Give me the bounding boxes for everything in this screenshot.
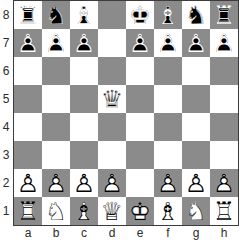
- pawn-outline-glyph: ♙: [154, 29, 182, 57]
- square-h1[interactable]: ♜♖: [210, 197, 238, 225]
- square-b5[interactable]: [42, 85, 70, 113]
- black-knight[interactable]: ♞♘: [182, 1, 210, 29]
- square-a4[interactable]: [14, 113, 42, 141]
- square-g1[interactable]: ♞♘: [182, 197, 210, 225]
- square-c1[interactable]: ♝♗: [70, 197, 98, 225]
- black-bishop[interactable]: ♝♗: [70, 1, 98, 29]
- pawn-outline-glyph: ♙: [70, 29, 98, 57]
- white-pawn[interactable]: ♟♙: [210, 169, 238, 197]
- rank-label-1: 1: [0, 197, 12, 225]
- file-label-b: b: [42, 226, 70, 240]
- square-b1[interactable]: ♞♘: [42, 197, 70, 225]
- file-label-h: h: [210, 226, 238, 240]
- file-label-c: c: [70, 226, 98, 240]
- square-b8[interactable]: ♞♘: [42, 1, 70, 29]
- white-pawn[interactable]: ♟♙: [98, 169, 126, 197]
- square-g5[interactable]: [182, 85, 210, 113]
- square-g7[interactable]: ♟♙: [182, 29, 210, 57]
- white-pawn[interactable]: ♟♙: [154, 169, 182, 197]
- pawn-outline-glyph: ♙: [42, 29, 70, 57]
- rook-outline-glyph: ♖: [14, 1, 42, 29]
- pawn-outline-glyph: ♙: [182, 29, 210, 57]
- square-e3[interactable]: [126, 141, 154, 169]
- black-queen[interactable]: ♛♕: [98, 85, 126, 113]
- white-pawn[interactable]: ♟♙: [42, 169, 70, 197]
- black-pawn[interactable]: ♟♙: [154, 29, 182, 57]
- square-f8[interactable]: ♝♗: [154, 1, 182, 29]
- pawn-outline-glyph: ♙: [42, 169, 70, 197]
- square-c4[interactable]: [70, 113, 98, 141]
- rook-outline-glyph: ♖: [210, 197, 238, 225]
- square-f7[interactable]: ♟♙: [154, 29, 182, 57]
- square-f5[interactable]: [154, 85, 182, 113]
- pawn-outline-glyph: ♙: [14, 169, 42, 197]
- file-label-g: g: [182, 226, 210, 240]
- square-e8[interactable]: ♚♔: [126, 1, 154, 29]
- rank-label-2: 2: [0, 169, 12, 197]
- square-a1[interactable]: ♜♖: [14, 197, 42, 225]
- square-h7[interactable]: ♟♙: [210, 29, 238, 57]
- queen-outline-glyph: ♕: [98, 197, 126, 225]
- square-h6[interactable]: [210, 57, 238, 85]
- rank-labels: 87654321: [0, 1, 12, 225]
- black-rook[interactable]: ♜♖: [14, 1, 42, 29]
- knight-outline-glyph: ♘: [42, 197, 70, 225]
- white-pawn[interactable]: ♟♙: [70, 169, 98, 197]
- square-e2[interactable]: [126, 169, 154, 197]
- square-g8[interactable]: ♞♘: [182, 1, 210, 29]
- white-rook[interactable]: ♜♖: [210, 197, 238, 225]
- pawn-outline-glyph: ♙: [70, 169, 98, 197]
- square-f6[interactable]: [154, 57, 182, 85]
- square-a5[interactable]: [14, 85, 42, 113]
- square-g4[interactable]: [182, 113, 210, 141]
- white-knight[interactable]: ♞♘: [42, 197, 70, 225]
- square-d5[interactable]: ♛♕: [98, 85, 126, 113]
- square-d6[interactable]: [98, 57, 126, 85]
- square-e5[interactable]: [126, 85, 154, 113]
- bishop-outline-glyph: ♗: [70, 1, 98, 29]
- square-e4[interactable]: [126, 113, 154, 141]
- square-f3[interactable]: [154, 141, 182, 169]
- square-c3[interactable]: [70, 141, 98, 169]
- square-h2[interactable]: ♟♙: [210, 169, 238, 197]
- black-pawn[interactable]: ♟♙: [182, 29, 210, 57]
- square-c2[interactable]: ♟♙: [70, 169, 98, 197]
- square-c6[interactable]: [70, 57, 98, 85]
- square-h3[interactable]: [210, 141, 238, 169]
- rank-label-3: 3: [0, 141, 12, 169]
- file-label-e: e: [126, 226, 154, 240]
- white-bishop[interactable]: ♝♗: [154, 197, 182, 225]
- file-label-f: f: [154, 226, 182, 240]
- square-d4[interactable]: [98, 113, 126, 141]
- chess-board: ♜♖♞♘♝♗♚♔♝♗♞♘♜♖♟♙♟♙♟♙♟♙♟♙♟♙♟♙♛♕♟♙♟♙♟♙♟♙♟♙…: [13, 0, 239, 226]
- square-d2[interactable]: ♟♙: [98, 169, 126, 197]
- square-d1[interactable]: ♛♕: [98, 197, 126, 225]
- king-outline-glyph: ♔: [126, 1, 154, 29]
- pawn-outline-glyph: ♙: [182, 169, 210, 197]
- knight-outline-glyph: ♘: [182, 197, 210, 225]
- rank-label-7: 7: [0, 29, 12, 57]
- black-pawn[interactable]: ♟♙: [14, 29, 42, 57]
- black-rook[interactable]: ♜♖: [210, 1, 238, 29]
- black-pawn[interactable]: ♟♙: [70, 29, 98, 57]
- black-knight[interactable]: ♞♘: [42, 1, 70, 29]
- square-g2[interactable]: ♟♙: [182, 169, 210, 197]
- pawn-outline-glyph: ♙: [154, 169, 182, 197]
- white-queen[interactable]: ♛♕: [98, 197, 126, 225]
- white-king[interactable]: ♚♔: [126, 197, 154, 225]
- white-knight[interactable]: ♞♘: [182, 197, 210, 225]
- pawn-outline-glyph: ♙: [14, 29, 42, 57]
- square-a6[interactable]: [14, 57, 42, 85]
- bishop-outline-glyph: ♗: [70, 197, 98, 225]
- square-a2[interactable]: ♟♙: [14, 169, 42, 197]
- white-bishop[interactable]: ♝♗: [70, 197, 98, 225]
- square-h8[interactable]: ♜♖: [210, 1, 238, 29]
- rook-outline-glyph: ♖: [14, 197, 42, 225]
- rank-label-6: 6: [0, 57, 12, 85]
- square-f2[interactable]: ♟♙: [154, 169, 182, 197]
- square-a8[interactable]: ♜♖: [14, 1, 42, 29]
- black-bishop[interactable]: ♝♗: [154, 1, 182, 29]
- square-a3[interactable]: [14, 141, 42, 169]
- file-labels: abcdefgh: [14, 226, 238, 240]
- square-b4[interactable]: [42, 113, 70, 141]
- square-g3[interactable]: [182, 141, 210, 169]
- queen-outline-glyph: ♕: [98, 85, 126, 113]
- square-e6[interactable]: [126, 57, 154, 85]
- file-label-a: a: [14, 226, 42, 240]
- black-king[interactable]: ♚♔: [126, 1, 154, 29]
- rank-label-8: 8: [0, 1, 12, 29]
- rook-outline-glyph: ♖: [210, 1, 238, 29]
- square-f4[interactable]: [154, 113, 182, 141]
- white-pawn[interactable]: ♟♙: [182, 169, 210, 197]
- square-d7[interactable]: [98, 29, 126, 57]
- pawn-outline-glyph: ♙: [210, 169, 238, 197]
- square-d8[interactable]: [98, 1, 126, 29]
- pawn-outline-glyph: ♙: [126, 29, 154, 57]
- knight-outline-glyph: ♘: [42, 1, 70, 29]
- chess-board-view: 87654321 ♜♖♞♘♝♗♚♔♝♗♞♘♜♖♟♙♟♙♟♙♟♙♟♙♟♙♟♙♛♕♟…: [0, 0, 240, 240]
- pawn-outline-glyph: ♙: [98, 169, 126, 197]
- pawn-outline-glyph: ♙: [210, 29, 238, 57]
- bishop-outline-glyph: ♗: [154, 1, 182, 29]
- square-g6[interactable]: [182, 57, 210, 85]
- knight-outline-glyph: ♘: [182, 1, 210, 29]
- square-d3[interactable]: [98, 141, 126, 169]
- rank-label-5: 5: [0, 85, 12, 113]
- black-pawn[interactable]: ♟♙: [42, 29, 70, 57]
- square-c5[interactable]: [70, 85, 98, 113]
- rank-label-4: 4: [0, 113, 12, 141]
- white-rook[interactable]: ♜♖: [14, 197, 42, 225]
- square-h5[interactable]: [210, 85, 238, 113]
- square-e1[interactable]: ♚♔: [126, 197, 154, 225]
- square-e7[interactable]: ♟♙: [126, 29, 154, 57]
- square-f1[interactable]: ♝♗: [154, 197, 182, 225]
- square-c7[interactable]: ♟♙: [70, 29, 98, 57]
- square-c8[interactable]: ♝♗: [70, 1, 98, 29]
- file-label-d: d: [98, 226, 126, 240]
- black-pawn[interactable]: ♟♙: [126, 29, 154, 57]
- square-b2[interactable]: ♟♙: [42, 169, 70, 197]
- white-pawn[interactable]: ♟♙: [14, 169, 42, 197]
- king-outline-glyph: ♔: [126, 197, 154, 225]
- black-pawn[interactable]: ♟♙: [210, 29, 238, 57]
- square-b7[interactable]: ♟♙: [42, 29, 70, 57]
- square-a7[interactable]: ♟♙: [14, 29, 42, 57]
- square-b3[interactable]: [42, 141, 70, 169]
- square-h4[interactable]: [210, 113, 238, 141]
- bishop-outline-glyph: ♗: [154, 197, 182, 225]
- square-b6[interactable]: [42, 57, 70, 85]
